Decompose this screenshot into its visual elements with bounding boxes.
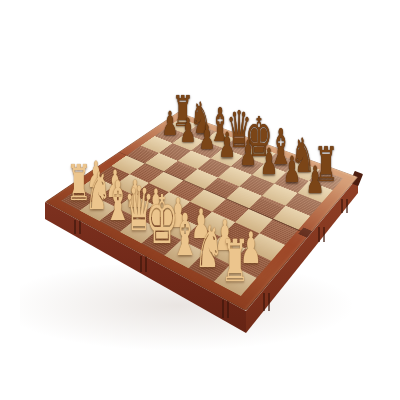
piece-black-pawn[interactable]: ♟	[239, 136, 256, 171]
piece-white-knight[interactable]: ♞	[195, 218, 224, 276]
piece-black-pawn[interactable]: ♟	[180, 114, 197, 147]
piece-white-rook[interactable]: ♜	[221, 232, 250, 290]
piece-black-pawn[interactable]: ♟	[283, 152, 301, 188]
piece-black-pawn[interactable]: ♟	[260, 143, 278, 179]
pieces-layer: ♜♞♝♛♚♝♞♜♟♟♟♟♟♟♟♟♟♟♟♟♟♟♟♟♜♞♝♛♚♝♞♜	[0, 0, 400, 400]
piece-black-pawn[interactable]: ♟	[218, 128, 235, 163]
piece-black-pawn[interactable]: ♟	[199, 122, 216, 155]
piece-black-pawn[interactable]: ♟	[306, 160, 325, 198]
piece-black-pawn[interactable]: ♟	[162, 107, 179, 140]
product-photo-stage: ♜♞♝♛♚♝♞♜♟♟♟♟♟♟♟♟♟♟♟♟♟♟♟♟♜♞♝♛♚♝♞♜	[0, 0, 400, 400]
